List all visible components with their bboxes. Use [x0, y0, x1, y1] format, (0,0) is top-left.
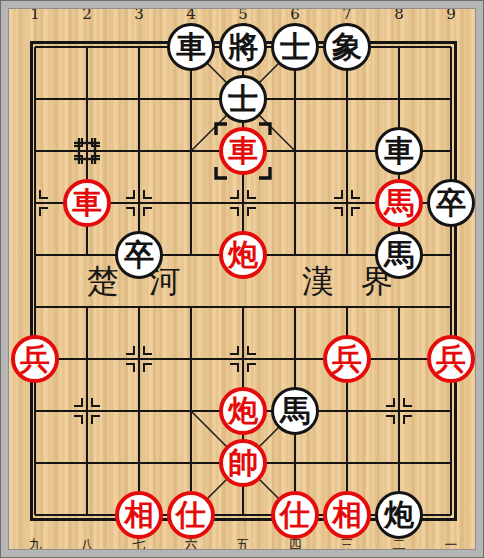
piece-red-soldier[interactable]: 兵: [323, 335, 371, 383]
file-label-top-2: 2: [73, 5, 101, 23]
river-char-2: 漢: [300, 263, 336, 299]
piece-red-elephant[interactable]: 相: [323, 491, 371, 539]
piece-red-elephant[interactable]: 相: [115, 491, 163, 539]
piece-black-soldier[interactable]: 卒: [427, 179, 475, 227]
piece-black-cannon[interactable]: 炮: [375, 491, 423, 539]
file-label-bottom-5: 五: [229, 536, 257, 554]
piece-black-chariot[interactable]: 車: [167, 23, 215, 71]
file-label-top-3: 3: [125, 5, 153, 23]
piece-black-horse[interactable]: 馬: [375, 231, 423, 279]
piece-red-soldier[interactable]: 兵: [11, 335, 59, 383]
piece-black-general[interactable]: 將: [219, 23, 267, 71]
file-label-top-7: 7: [333, 5, 361, 23]
piece-black-chariot[interactable]: 車: [375, 127, 423, 175]
file-label-top-8: 8: [385, 5, 413, 23]
piece-red-cannon[interactable]: 炮: [219, 231, 267, 279]
piece-red-soldier[interactable]: 兵: [427, 335, 475, 383]
piece-red-horse[interactable]: 馬: [375, 179, 423, 227]
piece-red-advisor[interactable]: 仕: [271, 491, 319, 539]
file-label-bottom-2: 八: [73, 536, 101, 554]
file-label-top-6: 6: [281, 5, 309, 23]
file-label-bottom-9: 一: [437, 536, 465, 554]
piece-black-elephant[interactable]: 象: [323, 23, 371, 71]
piece-red-cannon[interactable]: 炮: [219, 387, 267, 435]
river-char-0: 楚: [85, 263, 121, 299]
piece-red-general[interactable]: 帥: [219, 439, 267, 487]
file-label-bottom-1: 九: [21, 536, 49, 554]
piece-red-chariot-selected[interactable]: 車: [219, 127, 267, 175]
piece-black-horse[interactable]: 馬: [271, 387, 319, 435]
file-label-top-4: 4: [177, 5, 205, 23]
piece-black-advisor[interactable]: 士: [219, 75, 267, 123]
file-label-top-9: 9: [437, 5, 465, 23]
file-label-top-5: 5: [229, 5, 257, 23]
piece-red-advisor[interactable]: 仕: [167, 491, 215, 539]
piece-black-soldier[interactable]: 卒: [115, 231, 163, 279]
xiangqi-board: 123456789 九八七六五四三二一 楚河漢界 車將士象士車車車馬卒卒炮馬兵兵…: [0, 0, 484, 558]
file-label-top-1: 1: [21, 5, 49, 23]
piece-red-chariot[interactable]: 車: [63, 179, 111, 227]
piece-black-advisor[interactable]: 士: [271, 23, 319, 71]
